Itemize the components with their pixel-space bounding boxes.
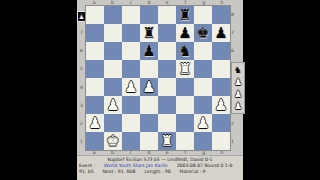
square-e4[interactable] (158, 78, 176, 96)
square-b1[interactable]: ♚ (104, 132, 122, 150)
square-h2[interactable] (212, 114, 230, 132)
square-f2[interactable] (176, 114, 194, 132)
square-d8[interactable] (140, 6, 158, 24)
square-a6[interactable] (86, 42, 104, 60)
next-move: Next : 91. Rb8 (103, 169, 136, 174)
white-pawn: ♟ (104, 96, 122, 114)
square-h4[interactable] (212, 78, 230, 96)
square-b6[interactable] (104, 42, 122, 60)
rank-label-3: 3 (79, 96, 84, 114)
caption-bar: Najdorf Sicilian 5.f3 b5 — Lindfeldt, Da… (77, 155, 243, 180)
rank-label-4: 4 (79, 78, 84, 96)
white-pawn: ♟ (122, 78, 140, 96)
square-a5[interactable] (86, 60, 104, 78)
rank-label-2: 2 (79, 115, 84, 133)
square-f6[interactable]: ♞ (176, 42, 194, 60)
square-d7[interactable]: ♜ (140, 24, 158, 42)
square-a8[interactable] (86, 6, 104, 24)
square-c4[interactable]: ♟ (122, 78, 140, 96)
white-king: ♚ (104, 132, 122, 150)
black-pawn: ♟ (140, 42, 158, 60)
square-e5[interactable] (158, 60, 176, 78)
square-g4[interactable] (194, 78, 212, 96)
tray-white-pawn: ♟ (234, 88, 242, 100)
rank-labels-left: 87654321 (79, 5, 84, 151)
square-g2[interactable]: ♟ (194, 114, 212, 132)
tray-white-pawn: ♟ (234, 100, 242, 112)
square-d6[interactable]: ♟ (140, 42, 158, 60)
square-f1[interactable] (176, 132, 194, 150)
square-e7[interactable] (158, 24, 176, 42)
square-h6[interactable] (212, 42, 230, 60)
square-g8[interactable] (194, 6, 212, 24)
square-d5[interactable] (140, 60, 158, 78)
square-b7[interactable] (104, 24, 122, 42)
black-rook: ♜ (176, 6, 194, 24)
chess-board: ♜♜♟♚♟♟♞♜♟♟♟♟♟♟♚♜ (85, 5, 231, 151)
square-a3[interactable] (86, 96, 104, 114)
tray-black-knight: ♞ (234, 64, 242, 76)
square-b2[interactable] (104, 114, 122, 132)
square-a4[interactable] (86, 78, 104, 96)
square-f8[interactable]: ♜ (176, 6, 194, 24)
square-g6[interactable] (194, 42, 212, 60)
event-link[interactable]: World Youth Stars Jan Karlin (104, 163, 168, 168)
square-a1[interactable] (86, 132, 104, 150)
letterbox-left (0, 0, 77, 180)
white-rook: ♜ (158, 132, 176, 150)
event-label: Event : (79, 163, 95, 168)
black-knight: ♞ (176, 42, 194, 60)
square-g3[interactable] (194, 96, 212, 114)
square-c2[interactable] (122, 114, 140, 132)
square-f5[interactable]: ♜ (176, 60, 194, 78)
square-b5[interactable] (104, 60, 122, 78)
square-c3[interactable] (122, 96, 140, 114)
square-e3[interactable] (158, 96, 176, 114)
square-c1[interactable] (122, 132, 140, 150)
status-line: 91. b5 Next : 91. Rb8 Length : 90 Materi… (77, 169, 243, 175)
white-pawn: ♟ (86, 114, 104, 132)
square-f3[interactable] (176, 96, 194, 114)
video-frame: ♟ abcdefgh abcdefgh 87654321 87654321 ♜♜… (0, 0, 320, 180)
square-e2[interactable] (158, 114, 176, 132)
square-g5[interactable] (194, 60, 212, 78)
square-a7[interactable] (86, 24, 104, 42)
square-f7[interactable]: ♟ (176, 24, 194, 42)
square-a2[interactable]: ♟ (86, 114, 104, 132)
square-e6[interactable] (158, 42, 176, 60)
square-h5[interactable] (212, 60, 230, 78)
white-pawn: ♟ (140, 78, 158, 96)
square-d4[interactable]: ♟ (140, 78, 158, 96)
square-g7[interactable]: ♚ (194, 24, 212, 42)
game-length: Length : 90 (144, 169, 170, 174)
square-c8[interactable] (122, 6, 140, 24)
square-d1[interactable] (140, 132, 158, 150)
square-h8[interactable] (212, 6, 230, 24)
square-b8[interactable] (104, 6, 122, 24)
square-e1[interactable]: ♜ (158, 132, 176, 150)
letterbox-right (243, 0, 320, 180)
tray-white-pawn: ♟ (234, 76, 242, 88)
square-b3[interactable]: ♟ (104, 96, 122, 114)
square-h3[interactable]: ♟ (212, 96, 230, 114)
rank-label-7: 7 (79, 23, 84, 41)
black-rook: ♜ (140, 24, 158, 42)
black-pawn: ♟ (212, 24, 230, 42)
white-pawn: ♟ (194, 114, 212, 132)
square-h7[interactable]: ♟ (212, 24, 230, 42)
rank-label-6: 6 (79, 42, 84, 60)
square-c7[interactable] (122, 24, 140, 42)
black-pawn: ♟ (176, 24, 194, 42)
rank-label-8: 8 (79, 5, 84, 23)
material-tray: ♞♟♟♟ (231, 62, 245, 114)
square-c6[interactable] (122, 42, 140, 60)
square-e8[interactable] (158, 6, 176, 24)
square-h1[interactable] (212, 132, 230, 150)
white-pawn: ♟ (212, 96, 230, 114)
current-move: 91. b5 (79, 169, 94, 174)
rank-label-5: 5 (79, 60, 84, 78)
square-d3[interactable] (140, 96, 158, 114)
event-details: 2003.08.07 Round 0 1-0 (177, 163, 233, 168)
square-f4[interactable] (176, 78, 194, 96)
square-d2[interactable] (140, 114, 158, 132)
material-balance: Material : P (180, 169, 206, 174)
square-g1[interactable] (194, 132, 212, 150)
rank-label-1: 1 (79, 133, 84, 151)
white-rook: ♜ (176, 60, 194, 78)
square-c5[interactable] (122, 60, 140, 78)
black-king: ♚ (194, 24, 212, 42)
square-b4[interactable] (104, 78, 122, 96)
